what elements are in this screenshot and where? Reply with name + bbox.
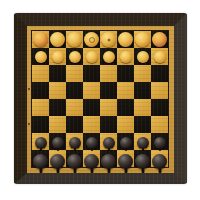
square-e3: [83, 65, 100, 82]
piece-white-pawn: [52, 51, 64, 63]
square-f4: [66, 82, 83, 99]
square-d6: [100, 116, 117, 133]
hinge-pin-top: [28, 88, 30, 90]
square-f8: [66, 150, 83, 167]
square-b2: [134, 48, 151, 65]
piece-black-bishop: [67, 154, 82, 169]
square-f5: [66, 99, 83, 116]
square-f1: [66, 31, 83, 48]
square-d4: [100, 82, 117, 99]
square-d3: [100, 65, 117, 82]
piece-black-pawn: [154, 137, 166, 149]
chess-board: [32, 31, 168, 167]
square-h1: [32, 31, 49, 48]
square-d7: [100, 133, 117, 150]
square-e5: [83, 99, 100, 116]
square-f6: [66, 116, 83, 133]
piece-black-rook: [33, 154, 48, 169]
square-g6: [49, 116, 66, 133]
square-g3: [49, 65, 66, 82]
square-b7: [134, 133, 151, 150]
square-h3: [32, 65, 49, 82]
piece-black-pawn: [35, 137, 47, 149]
piece-white-pawn: [154, 51, 166, 63]
piece-black-pawn: [103, 137, 115, 149]
square-e7: [83, 133, 100, 150]
board-inner-border: [27, 26, 174, 173]
square-g4: [49, 82, 66, 99]
piece-white-pawn: [137, 51, 149, 63]
square-h5: [32, 99, 49, 116]
square-a1: [151, 31, 168, 48]
piece-white-bishop: [67, 32, 82, 47]
square-e1: [83, 31, 100, 48]
square-h8: [32, 150, 49, 167]
square-c3: [117, 65, 134, 82]
piece-black-pawn: [86, 137, 98, 149]
square-b8: [134, 150, 151, 167]
square-d2: [100, 48, 117, 65]
piece-black-rook: [152, 154, 167, 169]
piece-white-pawn: [103, 51, 115, 63]
piece-white-rook: [33, 32, 48, 47]
piece-white-knight: [50, 32, 65, 47]
square-f7: [66, 133, 83, 150]
square-e4: [83, 82, 100, 99]
square-d8: [100, 150, 117, 167]
square-c8: [117, 150, 134, 167]
piece-black-bishop: [118, 154, 133, 169]
piece-white-rook: [152, 32, 167, 47]
square-h7: [32, 133, 49, 150]
square-a2: [151, 48, 168, 65]
square-a5: [151, 99, 168, 116]
square-b3: [134, 65, 151, 82]
square-f3: [66, 65, 83, 82]
piece-white-knight: [135, 32, 150, 47]
product-photo-canvas: [0, 0, 200, 200]
piece-white-bishop: [118, 32, 133, 47]
square-e2: [83, 48, 100, 65]
piece-white-pawn: [86, 51, 98, 63]
square-g8: [49, 150, 66, 167]
piece-black-knight: [50, 154, 65, 169]
square-a8: [151, 150, 168, 167]
square-e8: [83, 150, 100, 167]
square-c1: [117, 31, 134, 48]
square-a7: [151, 133, 168, 150]
chessboard-photo[interactable]: [14, 13, 187, 184]
square-a6: [151, 116, 168, 133]
square-a4: [151, 82, 168, 99]
square-g1: [49, 31, 66, 48]
square-h4: [32, 82, 49, 99]
piece-white-king: [84, 32, 99, 47]
piece-black-king: [84, 154, 99, 169]
square-b5: [134, 99, 151, 116]
square-d5: [100, 99, 117, 116]
square-b1: [134, 31, 151, 48]
piece-black-pawn: [120, 137, 132, 149]
square-c4: [117, 82, 134, 99]
square-h6: [32, 116, 49, 133]
square-c5: [117, 99, 134, 116]
square-g7: [49, 133, 66, 150]
square-d1: [100, 31, 117, 48]
piece-black-pawn: [69, 137, 81, 149]
square-c7: [117, 133, 134, 150]
square-h2: [32, 48, 49, 65]
piece-black-pawn: [137, 137, 149, 149]
piece-black-knight: [135, 154, 150, 169]
piece-white-pawn: [69, 51, 81, 63]
piece-white-pawn: [120, 51, 132, 63]
square-c2: [117, 48, 134, 65]
piece-white-pawn: [35, 51, 47, 63]
square-g5: [49, 99, 66, 116]
square-a3: [151, 65, 168, 82]
piece-black-queen: [101, 154, 116, 169]
square-e6: [83, 116, 100, 133]
hinge-pin-bottom: [28, 123, 30, 125]
square-b4: [134, 82, 151, 99]
square-c6: [117, 116, 134, 133]
square-f2: [66, 48, 83, 65]
piece-white-queen: [101, 32, 116, 47]
square-g2: [49, 48, 66, 65]
square-b6: [134, 116, 151, 133]
piece-black-pawn: [52, 137, 64, 149]
